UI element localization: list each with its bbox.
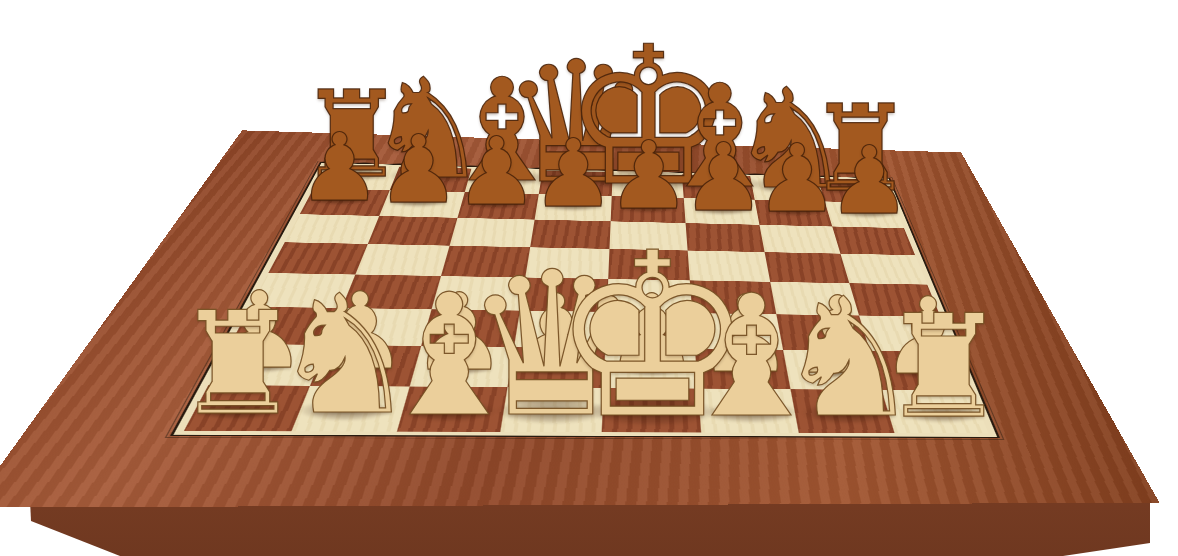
piece-black-pawn-a7[interactable]: ♟ <box>298 121 382 215</box>
piece-black-pawn-h7[interactable]: ♟ <box>827 134 911 228</box>
piece-white-rook-h1[interactable]: ♜ <box>880 296 1007 438</box>
product-photo-scene: ♜♞♝♛♚♝♞♜♟♟♟♟♟♟♟♟♟♟♟♟♟♟♟♟♜♞♝♛♚♝♞♜ <box>0 0 1178 556</box>
piece-black-pawn-c7[interactable]: ♟ <box>454 125 538 219</box>
piece-black-pawn-b7[interactable]: ♟ <box>377 123 461 217</box>
